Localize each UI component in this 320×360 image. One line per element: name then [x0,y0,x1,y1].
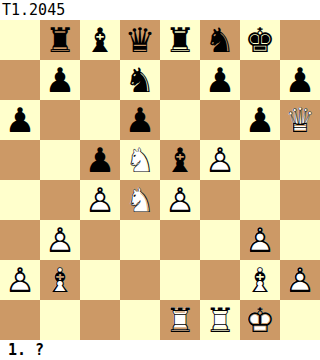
square-f3[interactable] [200,220,240,260]
square-g3[interactable]: ♟♙ [240,220,280,260]
white-pawn-outline: ♙ [0,260,40,300]
white-pawn-outline: ♙ [80,180,120,220]
white-pawn-outline: ♙ [40,220,80,260]
white-pawn: ♟ [160,180,200,220]
square-c1[interactable] [80,300,120,340]
white-knight-outline: ♘ [120,140,160,180]
white-pawn: ♟ [0,260,40,300]
white-queen-outline: ♕ [280,100,320,140]
black-pawn: ♟ [120,100,160,140]
white-pawn-outline: ♙ [280,260,320,300]
square-a5[interactable] [0,140,40,180]
white-king: ♚ [240,300,280,340]
square-f4[interactable] [200,180,240,220]
square-e1[interactable]: ♜♖ [160,300,200,340]
white-pawn-outline: ♙ [240,220,280,260]
square-c4[interactable]: ♟♙ [80,180,120,220]
square-c2[interactable] [80,260,120,300]
square-h2[interactable]: ♟♙ [280,260,320,300]
black-pawn: ♟ [40,60,80,100]
square-e7[interactable] [160,60,200,100]
white-pawn: ♟ [200,140,240,180]
white-rook: ♜ [160,300,200,340]
square-g8[interactable]: ♚ [240,20,280,60]
square-g4[interactable] [240,180,280,220]
square-f2[interactable] [200,260,240,300]
white-bishop: ♝ [40,260,80,300]
square-b5[interactable] [40,140,80,180]
black-bishop: ♝ [160,140,200,180]
square-g6[interactable]: ♟ [240,100,280,140]
square-c7[interactable] [80,60,120,100]
square-a6[interactable]: ♟ [0,100,40,140]
white-king-outline: ♔ [240,300,280,340]
square-h3[interactable] [280,220,320,260]
black-queen: ♛ [120,20,160,60]
square-h7[interactable]: ♟ [280,60,320,100]
white-knight-outline: ♘ [120,180,160,220]
square-b1[interactable] [40,300,80,340]
square-d2[interactable] [120,260,160,300]
square-d7[interactable]: ♞ [120,60,160,100]
square-h4[interactable] [280,180,320,220]
black-pawn: ♟ [240,100,280,140]
white-rook-outline: ♖ [160,300,200,340]
square-d4[interactable]: ♞♘ [120,180,160,220]
chess-board: ♜♝♛♜♞♚♟♞♟♟♟♟♟♛♕♟♞♘♝♟♙♟♙♞♘♟♙♟♙♟♙♟♙♝♗♝♗♟♙♜… [0,20,320,340]
white-pawn-outline: ♙ [200,140,240,180]
square-f1[interactable]: ♜♖ [200,300,240,340]
square-e3[interactable] [160,220,200,260]
square-h1[interactable] [280,300,320,340]
white-pawn-outline: ♙ [160,180,200,220]
square-c6[interactable] [80,100,120,140]
square-g1[interactable]: ♚♔ [240,300,280,340]
square-e4[interactable]: ♟♙ [160,180,200,220]
black-pawn: ♟ [80,140,120,180]
black-pawn: ♟ [200,60,240,100]
black-rook: ♜ [40,20,80,60]
black-bishop: ♝ [80,20,120,60]
white-rook-outline: ♖ [200,300,240,340]
square-f7[interactable]: ♟ [200,60,240,100]
white-queen: ♛ [280,100,320,140]
square-b3[interactable]: ♟♙ [40,220,80,260]
square-h6[interactable]: ♛♕ [280,100,320,140]
chess-app-window: T1.2045 ♜♝♛♜♞♚♟♞♟♟♟♟♟♛♕♟♞♘♝♟♙♟♙♞♘♟♙♟♙♟♙♟… [0,0,320,360]
square-a4[interactable] [0,180,40,220]
white-knight: ♞ [120,140,160,180]
square-b4[interactable] [40,180,80,220]
move-prompt: 1. ? [0,340,320,360]
black-knight: ♞ [200,20,240,60]
square-a1[interactable] [0,300,40,340]
white-bishop-outline: ♗ [40,260,80,300]
square-g5[interactable] [240,140,280,180]
white-pawn: ♟ [80,180,120,220]
square-f6[interactable] [200,100,240,140]
square-e2[interactable] [160,260,200,300]
white-bishop-outline: ♗ [240,260,280,300]
white-pawn: ♟ [40,220,80,260]
black-king: ♚ [240,20,280,60]
square-e8[interactable]: ♜ [160,20,200,60]
white-pawn: ♟ [280,260,320,300]
square-d6[interactable]: ♟ [120,100,160,140]
square-g7[interactable] [240,60,280,100]
black-pawn: ♟ [0,100,40,140]
square-h8[interactable] [280,20,320,60]
black-pawn: ♟ [280,60,320,100]
square-d5[interactable]: ♞♘ [120,140,160,180]
square-b8[interactable]: ♜ [40,20,80,60]
square-b2[interactable]: ♝♗ [40,260,80,300]
square-d3[interactable] [120,220,160,260]
square-b7[interactable]: ♟ [40,60,80,100]
square-d1[interactable] [120,300,160,340]
white-bishop: ♝ [240,260,280,300]
white-knight: ♞ [120,180,160,220]
square-c8[interactable]: ♝ [80,20,120,60]
square-a3[interactable] [0,220,40,260]
square-a2[interactable]: ♟♙ [0,260,40,300]
black-rook: ♜ [160,20,200,60]
square-c3[interactable] [80,220,120,260]
square-b6[interactable] [40,100,80,140]
square-e6[interactable] [160,100,200,140]
white-pawn: ♟ [240,220,280,260]
white-rook: ♜ [200,300,240,340]
square-d8[interactable]: ♛ [120,20,160,60]
square-e5[interactable]: ♝ [160,140,200,180]
square-h5[interactable] [280,140,320,180]
black-knight: ♞ [120,60,160,100]
square-g2[interactable]: ♝♗ [240,260,280,300]
square-a7[interactable] [0,60,40,100]
puzzle-title: T1.2045 [0,0,320,20]
square-c5[interactable]: ♟ [80,140,120,180]
square-f8[interactable]: ♞ [200,20,240,60]
square-a8[interactable] [0,20,40,60]
square-f5[interactable]: ♟♙ [200,140,240,180]
